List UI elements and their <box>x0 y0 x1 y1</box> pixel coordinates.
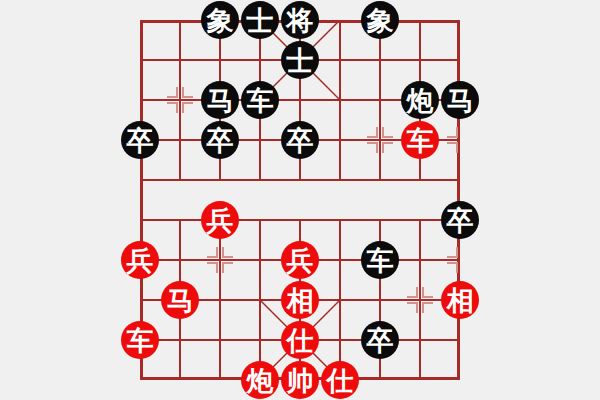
black-horse[interactable]: 马 <box>200 80 240 120</box>
black-cannon[interactable]: 炮 <box>400 80 440 120</box>
black-pawn[interactable]: 卒 <box>200 120 240 160</box>
red-general[interactable]: 帅 <box>280 360 320 400</box>
red-elephant[interactable]: 相 <box>280 280 320 320</box>
black-pawn[interactable]: 卒 <box>120 120 160 160</box>
pieces-layer: 象士将象士马车炮马卒卒卒车兵卒兵兵车马相相车仕卒炮帅仕 <box>120 0 480 400</box>
black-pawn[interactable]: 卒 <box>280 120 320 160</box>
black-chariot[interactable]: 车 <box>360 240 400 280</box>
point-marker <box>200 240 240 280</box>
point-marker <box>360 120 400 160</box>
red-chariot[interactable]: 车 <box>400 120 440 160</box>
point-marker <box>160 80 200 120</box>
red-advisor[interactable]: 仕 <box>280 320 320 360</box>
red-pawn[interactable]: 兵 <box>200 200 240 240</box>
black-advisor[interactable]: 士 <box>280 40 320 80</box>
black-advisor[interactable]: 士 <box>240 0 280 40</box>
black-pawn[interactable]: 卒 <box>360 320 400 360</box>
black-general[interactable]: 将 <box>280 0 320 40</box>
black-chariot[interactable]: 车 <box>240 80 280 120</box>
red-elephant[interactable]: 相 <box>440 280 480 320</box>
red-advisor[interactable]: 仕 <box>320 360 360 400</box>
red-pawn[interactable]: 兵 <box>280 240 320 280</box>
black-pawn[interactable]: 卒 <box>440 200 480 240</box>
black-elephant[interactable]: 象 <box>200 0 240 40</box>
point-marker <box>400 280 440 320</box>
black-horse[interactable]: 马 <box>440 80 480 120</box>
black-elephant[interactable]: 象 <box>360 0 400 40</box>
red-cannon[interactable]: 炮 <box>240 360 280 400</box>
red-pawn[interactable]: 兵 <box>120 240 160 280</box>
point-marker <box>440 240 480 280</box>
red-horse[interactable]: 马 <box>160 280 200 320</box>
red-chariot[interactable]: 车 <box>120 320 160 360</box>
xiangqi-app: 象士将象士马车炮马卒卒卒车兵卒兵兵车马相相车仕卒炮帅仕 <box>0 0 600 400</box>
point-marker <box>440 120 480 160</box>
